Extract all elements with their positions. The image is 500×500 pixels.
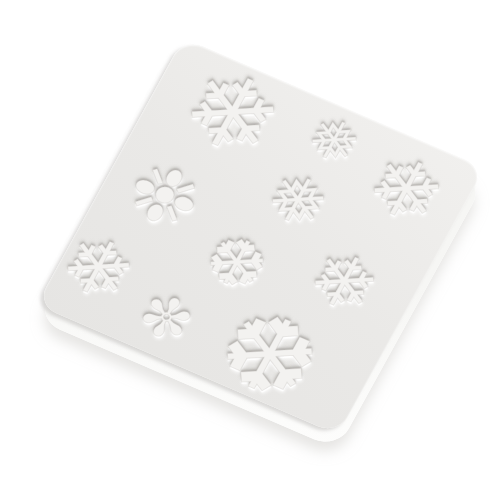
- snowflake-mold: ❄❅❄❅❉❄❆❄✼❆: [36, 38, 484, 434]
- rosette-snowflake-cavity: ❉: [114, 149, 214, 243]
- cavity-layer: ❄❅❄❅❉❄❆❄✼❆: [36, 38, 484, 434]
- product-photo-canvas: ❄❅❄❅❉❄❆❄✼❆: [0, 0, 500, 500]
- feather-arm-snowflake-cavity: ❄: [47, 221, 147, 315]
- hex-web-snowflake-cavity: ❅: [255, 161, 338, 239]
- large-herringbone-snowflake-cavity: ❆: [199, 290, 337, 420]
- small-round-snowflake-cavity: ❅: [298, 107, 369, 174]
- chevron-arm-snowflake-cavity: ❄: [353, 141, 458, 240]
- star-rose-snowflake-cavity: ✼: [128, 283, 202, 352]
